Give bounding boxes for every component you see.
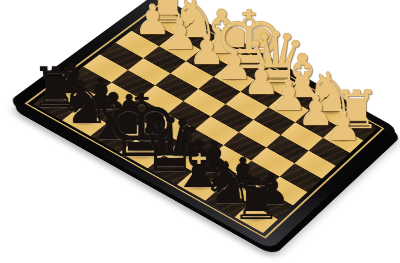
chess-set-photo: ♜♟♞♟♝♟♚♟♛♟♟♝♜♟♟♞♞♟♟♜♝♟♟♚♟♛♟♝♟♞♟♜: [0, 0, 400, 263]
